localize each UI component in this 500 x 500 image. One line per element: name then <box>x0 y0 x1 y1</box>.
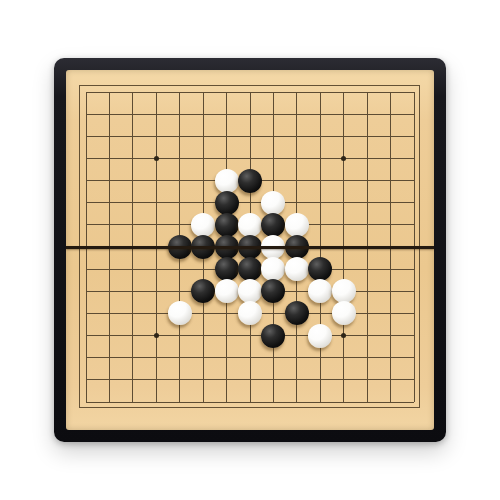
stone-black-r8c10[interactable] <box>308 257 332 281</box>
stone-white-r11c10[interactable] <box>308 324 332 348</box>
stone-black-r6c6[interactable] <box>215 213 239 237</box>
stone-white-r10c11[interactable] <box>332 301 356 325</box>
stone-black-r8c6[interactable] <box>215 257 239 281</box>
grid-line-horizontal <box>86 402 414 403</box>
stone-black-r5c6[interactable] <box>215 191 239 215</box>
grid-line-horizontal <box>86 379 414 380</box>
grid-line-horizontal <box>86 335 414 336</box>
stone-black-r10c9[interactable] <box>285 301 309 325</box>
stone-white-r6c9[interactable] <box>285 213 309 237</box>
stone-white-r5c8[interactable] <box>261 191 285 215</box>
stone-white-r4c6[interactable] <box>215 169 239 193</box>
stone-white-r9c10[interactable] <box>308 279 332 303</box>
stone-white-r10c7[interactable] <box>238 301 262 325</box>
stone-black-r8c7[interactable] <box>238 257 262 281</box>
stone-white-r10c4[interactable] <box>168 301 192 325</box>
product-photo <box>0 0 500 500</box>
star-point <box>154 156 159 161</box>
stone-white-r6c5[interactable] <box>191 213 215 237</box>
stone-black-r4c7[interactable] <box>238 169 262 193</box>
stone-white-r9c7[interactable] <box>238 279 262 303</box>
star-point <box>154 333 159 338</box>
stone-black-r9c8[interactable] <box>261 279 285 303</box>
stone-black-r9c5[interactable] <box>191 279 215 303</box>
stone-white-r8c8[interactable] <box>261 257 285 281</box>
stone-black-r6c8[interactable] <box>261 213 285 237</box>
star-point <box>341 333 346 338</box>
grid-line-horizontal <box>86 357 414 358</box>
stone-white-r9c6[interactable] <box>215 279 239 303</box>
fold-seam <box>66 246 434 249</box>
board-surface <box>66 70 434 430</box>
stone-white-r9c11[interactable] <box>332 279 356 303</box>
board-frame <box>54 58 446 442</box>
stone-white-r6c7[interactable] <box>238 213 262 237</box>
star-point <box>341 156 346 161</box>
stone-black-r11c8[interactable] <box>261 324 285 348</box>
stone-white-r8c9[interactable] <box>285 257 309 281</box>
